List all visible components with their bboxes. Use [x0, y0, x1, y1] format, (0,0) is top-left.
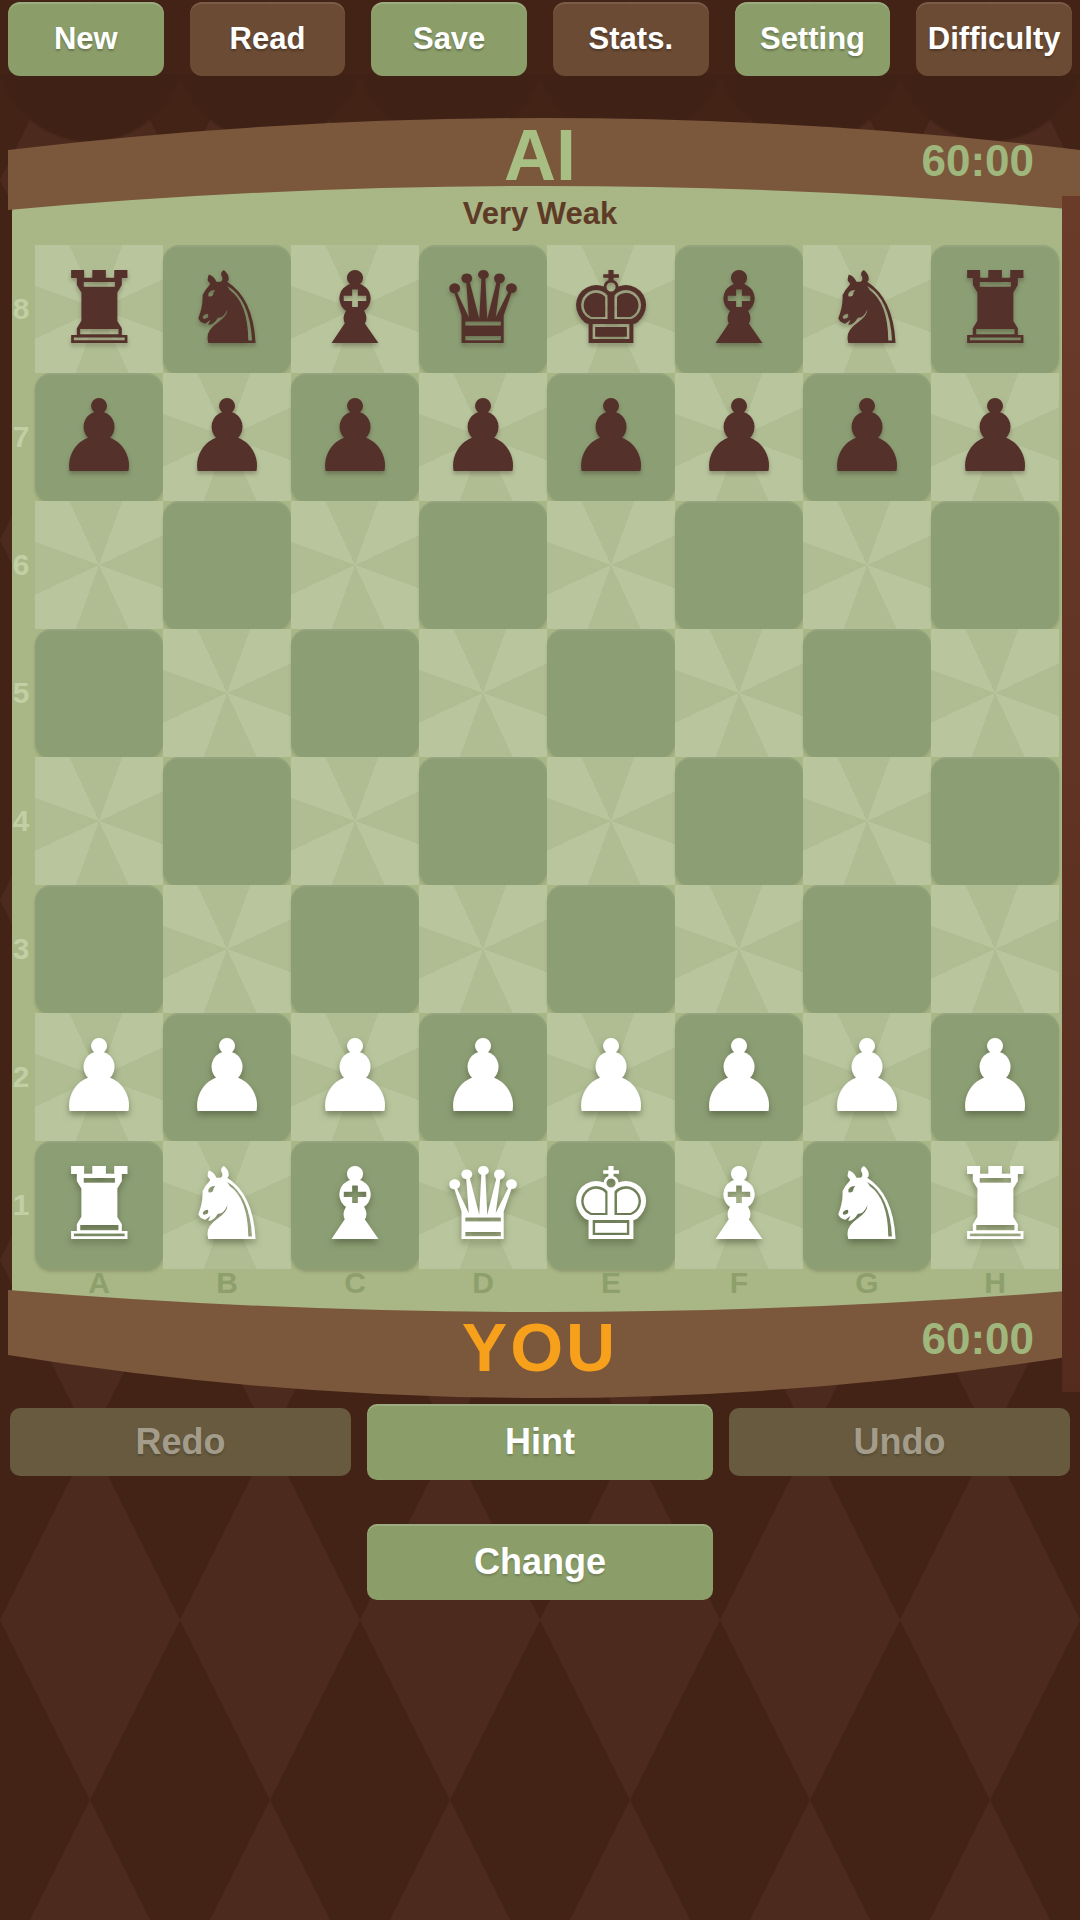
- stats-button[interactable]: Stats.: [553, 2, 709, 76]
- difficulty-button[interactable]: Difficulty: [916, 2, 1072, 76]
- square-g3[interactable]: [803, 885, 931, 1013]
- piece-black-pawn[interactable]: ♟: [694, 387, 784, 487]
- piece-white-bishop[interactable]: ♝: [310, 1155, 400, 1255]
- square-c7[interactable]: ♟: [291, 373, 419, 501]
- square-d3[interactable]: [419, 885, 547, 1013]
- square-d4[interactable]: [419, 757, 547, 885]
- square-a3[interactable]: [35, 885, 163, 1013]
- square-h4[interactable]: [931, 757, 1059, 885]
- square-e2[interactable]: ♟: [547, 1013, 675, 1141]
- piece-black-pawn[interactable]: ♟: [566, 387, 656, 487]
- change-button[interactable]: Change: [367, 1524, 713, 1600]
- square-c1[interactable]: ♝: [291, 1141, 419, 1269]
- piece-white-pawn[interactable]: ♟: [182, 1027, 272, 1127]
- square-d6[interactable]: [419, 501, 547, 629]
- square-f4[interactable]: [675, 757, 803, 885]
- square-c6[interactable]: [291, 501, 419, 629]
- piece-black-knight[interactable]: ♞: [822, 259, 912, 359]
- opponent-clock: 60:00: [921, 136, 1034, 186]
- piece-white-rook[interactable]: ♜: [950, 1155, 1040, 1255]
- opponent-name: AI: [0, 114, 1080, 196]
- piece-white-bishop[interactable]: ♝: [694, 1155, 784, 1255]
- rank-label-4: 4: [8, 757, 34, 885]
- piece-black-bishop[interactable]: ♝: [310, 259, 400, 359]
- square-e5[interactable]: [547, 629, 675, 757]
- square-h2[interactable]: ♟: [931, 1013, 1059, 1141]
- square-b7[interactable]: ♟: [163, 373, 291, 501]
- square-h6[interactable]: [931, 501, 1059, 629]
- piece-white-rook[interactable]: ♜: [54, 1155, 144, 1255]
- read-button[interactable]: Read: [190, 2, 346, 76]
- toolbar: New Read Save Stats. Setting Difficulty: [8, 2, 1072, 76]
- piece-white-pawn[interactable]: ♟: [438, 1027, 528, 1127]
- square-b4[interactable]: [163, 757, 291, 885]
- square-c8[interactable]: ♝: [291, 245, 419, 373]
- square-f7[interactable]: ♟: [675, 373, 803, 501]
- square-h7[interactable]: ♟: [931, 373, 1059, 501]
- piece-black-queen[interactable]: ♛: [438, 259, 528, 359]
- square-a5[interactable]: [35, 629, 163, 757]
- player-name: YOU: [0, 1308, 1080, 1386]
- square-e6[interactable]: [547, 501, 675, 629]
- new-button[interactable]: New: [8, 2, 164, 76]
- square-g1[interactable]: ♞: [803, 1141, 931, 1269]
- piece-black-pawn[interactable]: ♟: [182, 387, 272, 487]
- square-d1[interactable]: ♛: [419, 1141, 547, 1269]
- chess-board: ♜♞♝♛♚♝♞♜♟♟♟♟♟♟♟♟♟♟♟♟♟♟♟♟♜♞♝♛♚♝♞♜: [35, 245, 1059, 1269]
- redo-button[interactable]: Redo: [10, 1408, 351, 1476]
- square-a4[interactable]: [35, 757, 163, 885]
- square-e3[interactable]: [547, 885, 675, 1013]
- square-f8[interactable]: ♝: [675, 245, 803, 373]
- square-f3[interactable]: [675, 885, 803, 1013]
- hint-button[interactable]: Hint: [367, 1404, 713, 1480]
- square-b2[interactable]: ♟: [163, 1013, 291, 1141]
- undo-button[interactable]: Undo: [729, 1408, 1070, 1476]
- square-d8[interactable]: ♛: [419, 245, 547, 373]
- square-b5[interactable]: [163, 629, 291, 757]
- square-a2[interactable]: ♟: [35, 1013, 163, 1141]
- square-f6[interactable]: [675, 501, 803, 629]
- square-a6[interactable]: [35, 501, 163, 629]
- rank-label-6: 6: [8, 501, 34, 629]
- piece-black-pawn[interactable]: ♟: [950, 387, 1040, 487]
- square-e4[interactable]: [547, 757, 675, 885]
- panel-edge-trim: [1062, 196, 1080, 1392]
- square-e7[interactable]: ♟: [547, 373, 675, 501]
- square-c2[interactable]: ♟: [291, 1013, 419, 1141]
- setting-button[interactable]: Setting: [735, 2, 891, 76]
- square-h5[interactable]: [931, 629, 1059, 757]
- square-d5[interactable]: [419, 629, 547, 757]
- piece-white-pawn[interactable]: ♟: [310, 1027, 400, 1127]
- square-b3[interactable]: [163, 885, 291, 1013]
- square-b8[interactable]: ♞: [163, 245, 291, 373]
- piece-white-pawn[interactable]: ♟: [822, 1027, 912, 1127]
- piece-black-rook[interactable]: ♜: [950, 259, 1040, 359]
- piece-black-pawn[interactable]: ♟: [438, 387, 528, 487]
- square-d2[interactable]: ♟: [419, 1013, 547, 1141]
- square-b6[interactable]: [163, 501, 291, 629]
- square-a7[interactable]: ♟: [35, 373, 163, 501]
- piece-white-pawn[interactable]: ♟: [54, 1027, 144, 1127]
- square-g4[interactable]: [803, 757, 931, 885]
- piece-black-bishop[interactable]: ♝: [694, 259, 784, 359]
- rank-label-7: 7: [8, 373, 34, 501]
- piece-white-king[interactable]: ♚: [566, 1155, 656, 1255]
- piece-white-queen[interactable]: ♛: [438, 1155, 528, 1255]
- square-b1[interactable]: ♞: [163, 1141, 291, 1269]
- square-a1[interactable]: ♜: [35, 1141, 163, 1269]
- square-g2[interactable]: ♟: [803, 1013, 931, 1141]
- piece-black-pawn[interactable]: ♟: [54, 387, 144, 487]
- piece-white-pawn[interactable]: ♟: [566, 1027, 656, 1127]
- player-clock: 60:00: [921, 1314, 1034, 1364]
- square-d7[interactable]: ♟: [419, 373, 547, 501]
- square-h1[interactable]: ♜: [931, 1141, 1059, 1269]
- square-h3[interactable]: [931, 885, 1059, 1013]
- piece-white-pawn[interactable]: ♟: [694, 1027, 784, 1127]
- square-g5[interactable]: [803, 629, 931, 757]
- app-screen: AI 60:00 Very Weak ♜♞♝♛♚♝♞♜♟♟♟♟♟♟♟♟♟♟♟♟♟…: [0, 0, 1080, 1920]
- piece-black-pawn[interactable]: ♟: [310, 387, 400, 487]
- square-e1[interactable]: ♚: [547, 1141, 675, 1269]
- square-g6[interactable]: [803, 501, 931, 629]
- piece-black-rook[interactable]: ♜: [54, 259, 144, 359]
- rank-label-2: 2: [8, 1013, 34, 1141]
- rank-labels: 87654321: [8, 245, 34, 1269]
- piece-white-pawn[interactable]: ♟: [950, 1027, 1040, 1127]
- rank-label-5: 5: [8, 629, 34, 757]
- save-button[interactable]: Save: [371, 2, 527, 76]
- piece-white-knight[interactable]: ♞: [182, 1155, 272, 1255]
- square-c5[interactable]: [291, 629, 419, 757]
- rank-label-3: 3: [8, 885, 34, 1013]
- piece-black-pawn[interactable]: ♟: [822, 387, 912, 487]
- piece-black-king[interactable]: ♚: [566, 259, 656, 359]
- rank-label-1: 1: [8, 1141, 34, 1269]
- square-a8[interactable]: ♜: [35, 245, 163, 373]
- square-g7[interactable]: ♟: [803, 373, 931, 501]
- rank-label-8: 8: [8, 245, 34, 373]
- square-e8[interactable]: ♚: [547, 245, 675, 373]
- square-f2[interactable]: ♟: [675, 1013, 803, 1141]
- square-f1[interactable]: ♝: [675, 1141, 803, 1269]
- square-c3[interactable]: [291, 885, 419, 1013]
- square-h8[interactable]: ♜: [931, 245, 1059, 373]
- square-c4[interactable]: [291, 757, 419, 885]
- piece-black-knight[interactable]: ♞: [182, 259, 272, 359]
- square-g8[interactable]: ♞: [803, 245, 931, 373]
- piece-white-knight[interactable]: ♞: [822, 1155, 912, 1255]
- square-f5[interactable]: [675, 629, 803, 757]
